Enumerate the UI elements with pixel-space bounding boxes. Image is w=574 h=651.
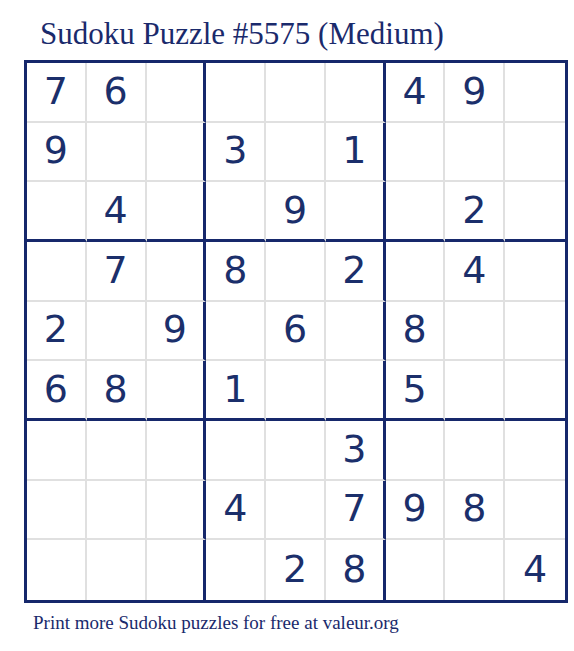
sudoku-cell-r1c4 xyxy=(206,63,266,123)
given-digit: 8 xyxy=(402,310,426,348)
given-digit: 4 xyxy=(223,489,247,527)
sudoku-cell-r9c5: 2 xyxy=(266,540,326,600)
sudoku-cell-r5c5: 6 xyxy=(266,302,326,362)
sudoku-cell-r8c8: 8 xyxy=(445,481,505,541)
sudoku-cell-r7c4 xyxy=(206,421,266,481)
sudoku-cell-r5c8 xyxy=(445,302,505,362)
sudoku-cell-r4c1 xyxy=(27,242,87,302)
sudoku-cell-r4c5 xyxy=(266,242,326,302)
sudoku-cell-r4c9 xyxy=(505,242,565,302)
given-digit: 6 xyxy=(104,72,128,110)
sudoku-cell-r9c9: 4 xyxy=(505,540,565,600)
sudoku-cell-r8c6: 7 xyxy=(326,481,386,541)
sudoku-cell-r1c5 xyxy=(266,63,326,123)
sudoku-cell-r4c8: 4 xyxy=(445,242,505,302)
given-digit: 7 xyxy=(342,489,366,527)
sudoku-cell-r2c6: 1 xyxy=(326,123,386,183)
sudoku-cell-r2c1: 9 xyxy=(27,123,87,183)
sudoku-cell-r5c4 xyxy=(206,302,266,362)
sudoku-cell-r7c5 xyxy=(266,421,326,481)
given-digit: 4 xyxy=(402,72,426,110)
given-digit: 5 xyxy=(402,370,426,408)
given-digit: 9 xyxy=(402,489,426,527)
sudoku-cell-r4c2: 7 xyxy=(87,242,147,302)
sudoku-cell-r5c2 xyxy=(87,302,147,362)
sudoku-cell-r7c3 xyxy=(147,421,207,481)
sudoku-cell-r7c2 xyxy=(87,421,147,481)
sudoku-cell-r9c6: 8 xyxy=(326,540,386,600)
sudoku-cell-r3c8: 2 xyxy=(445,182,505,242)
given-digit: 7 xyxy=(104,251,128,289)
sudoku-cell-r2c3 xyxy=(147,123,207,183)
sudoku-cell-r4c7 xyxy=(386,242,446,302)
sudoku-cell-r8c2 xyxy=(87,481,147,541)
sudoku-cell-r1c9 xyxy=(505,63,565,123)
sudoku-cell-r9c4 xyxy=(206,540,266,600)
given-digit: 2 xyxy=(462,191,486,229)
sudoku-cell-r1c6 xyxy=(326,63,386,123)
sudoku-cell-r5c1: 2 xyxy=(27,302,87,362)
given-digit: 3 xyxy=(223,131,247,169)
sudoku-cell-r3c6 xyxy=(326,182,386,242)
sudoku-cell-r6c2: 8 xyxy=(87,361,147,421)
given-digit: 7 xyxy=(44,72,68,110)
sudoku-cell-r6c7: 5 xyxy=(386,361,446,421)
sudoku-cell-r7c8 xyxy=(445,421,505,481)
sudoku-cell-r2c9 xyxy=(505,123,565,183)
sudoku-cell-r5c9 xyxy=(505,302,565,362)
sudoku-cell-r1c8: 9 xyxy=(445,63,505,123)
given-digit: 6 xyxy=(44,370,68,408)
sudoku-cell-r2c5 xyxy=(266,123,326,183)
sudoku-cell-r7c6: 3 xyxy=(326,421,386,481)
given-digit: 8 xyxy=(104,370,128,408)
sudoku-cell-r6c9 xyxy=(505,361,565,421)
given-digit: 9 xyxy=(44,131,68,169)
sudoku-cell-r8c7: 9 xyxy=(386,481,446,541)
sudoku-page: Sudoku Puzzle #5575 (Medium) 76499314927… xyxy=(0,0,574,651)
given-digit: 9 xyxy=(163,310,187,348)
sudoku-cell-r3c1 xyxy=(27,182,87,242)
sudoku-cell-r3c9 xyxy=(505,182,565,242)
page-title: Sudoku Puzzle #5575 (Medium) xyxy=(40,17,444,51)
sudoku-cell-r4c3 xyxy=(147,242,207,302)
sudoku-cell-r6c1: 6 xyxy=(27,361,87,421)
sudoku-cell-r5c3: 9 xyxy=(147,302,207,362)
sudoku-cell-r8c9 xyxy=(505,481,565,541)
given-digit: 4 xyxy=(462,251,486,289)
sudoku-cell-r8c1 xyxy=(27,481,87,541)
sudoku-cell-r9c7 xyxy=(386,540,446,600)
given-digit: 9 xyxy=(283,191,307,229)
given-digit: 4 xyxy=(523,550,547,588)
sudoku-cell-r4c6: 2 xyxy=(326,242,386,302)
sudoku-cell-r2c4: 3 xyxy=(206,123,266,183)
given-digit: 8 xyxy=(223,251,247,289)
sudoku-cell-r6c6 xyxy=(326,361,386,421)
sudoku-cell-r1c1: 7 xyxy=(27,63,87,123)
sudoku-cell-r9c2 xyxy=(87,540,147,600)
given-digit: 8 xyxy=(462,489,486,527)
sudoku-cell-r1c7: 4 xyxy=(386,63,446,123)
sudoku-cell-r6c3 xyxy=(147,361,207,421)
sudoku-cell-r4c4: 8 xyxy=(206,242,266,302)
sudoku-cell-r3c3 xyxy=(147,182,207,242)
sudoku-cell-r9c3 xyxy=(147,540,207,600)
given-digit: 1 xyxy=(342,131,366,169)
given-digit: 2 xyxy=(44,310,68,348)
sudoku-board: 764993149278242968681534798284 xyxy=(24,60,568,603)
sudoku-cell-r8c4: 4 xyxy=(206,481,266,541)
sudoku-cell-r7c1 xyxy=(27,421,87,481)
sudoku-cell-r1c3 xyxy=(147,63,207,123)
sudoku-cell-r6c5 xyxy=(266,361,326,421)
given-digit: 6 xyxy=(283,310,307,348)
sudoku-cell-r8c3 xyxy=(147,481,207,541)
sudoku-cell-r3c7 xyxy=(386,182,446,242)
sudoku-cell-r2c2 xyxy=(87,123,147,183)
given-digit: 9 xyxy=(462,72,486,110)
sudoku-cell-r3c4 xyxy=(206,182,266,242)
sudoku-cell-r5c7: 8 xyxy=(386,302,446,362)
sudoku-cell-r9c8 xyxy=(445,540,505,600)
sudoku-cell-r5c6 xyxy=(326,302,386,362)
sudoku-cell-r3c5: 9 xyxy=(266,182,326,242)
given-digit: 2 xyxy=(342,251,366,289)
given-digit: 2 xyxy=(283,550,307,588)
sudoku-cell-r9c1 xyxy=(27,540,87,600)
sudoku-cell-r6c4: 1 xyxy=(206,361,266,421)
sudoku-cell-r6c8 xyxy=(445,361,505,421)
sudoku-cell-r1c2: 6 xyxy=(87,63,147,123)
sudoku-cell-r7c7 xyxy=(386,421,446,481)
sudoku-cell-r2c8 xyxy=(445,123,505,183)
given-digit: 4 xyxy=(104,191,128,229)
given-digit: 3 xyxy=(342,430,366,468)
footer-text: Print more Sudoku puzzles for free at va… xyxy=(33,612,399,635)
sudoku-cell-r2c7 xyxy=(386,123,446,183)
sudoku-cell-r7c9 xyxy=(505,421,565,481)
sudoku-cell-r8c5 xyxy=(266,481,326,541)
sudoku-cell-r3c2: 4 xyxy=(87,182,147,242)
given-digit: 1 xyxy=(223,370,247,408)
given-digit: 8 xyxy=(342,550,366,588)
